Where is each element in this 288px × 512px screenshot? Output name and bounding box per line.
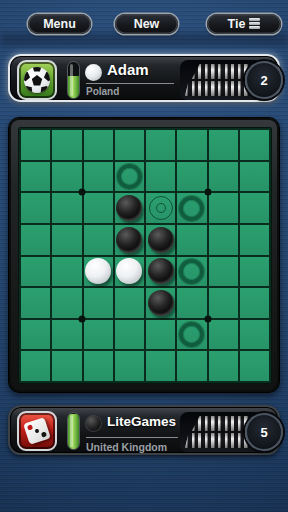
new-button-label: New (134, 16, 160, 33)
board-cell-f4[interactable] (177, 225, 206, 255)
player-country: United Kingdom (86, 441, 167, 453)
board-grid (19, 128, 271, 383)
board-cell-h8[interactable] (240, 351, 269, 381)
board-cell-b6[interactable] (52, 288, 81, 318)
star-point (79, 188, 86, 195)
board-cell-d8[interactable] (115, 351, 144, 381)
board-cell-a2[interactable] (21, 162, 50, 192)
board-cell-h6[interactable] (240, 288, 269, 318)
board-cell-c4[interactable] (84, 225, 113, 255)
board-cell-c6[interactable] (84, 288, 113, 318)
black-disc (116, 227, 142, 253)
board-cell-b7[interactable] (52, 320, 81, 350)
disc-stack-icon (249, 18, 260, 31)
board-cell-e7[interactable] (146, 320, 175, 350)
white-disc-icon (85, 64, 102, 81)
white-disc (85, 258, 111, 284)
board-cell-c8[interactable] (84, 351, 113, 381)
board-cell-g8[interactable] (209, 351, 238, 381)
black-disc (148, 290, 174, 316)
legal-move-hint[interactable] (179, 259, 204, 284)
board-cell-h4[interactable] (240, 225, 269, 255)
board-surface (18, 127, 272, 384)
star-point (205, 316, 212, 323)
timer-gauge (67, 61, 80, 99)
player-name: LiteGames (107, 414, 176, 429)
menu-button[interactable]: Menu (28, 14, 91, 34)
board-cell-e5[interactable] (146, 257, 175, 287)
tie-button-label: Tie (228, 16, 246, 33)
move-target-hint[interactable] (149, 196, 173, 220)
board-cell-d3[interactable] (115, 193, 144, 223)
board-cell-g1[interactable] (209, 130, 238, 160)
board-cell-d6[interactable] (115, 288, 144, 318)
legal-move-hint[interactable] (179, 196, 204, 221)
board-cell-b1[interactable] (52, 130, 81, 160)
board-cell-e6[interactable] (146, 288, 175, 318)
board-cell-f1[interactable] (177, 130, 206, 160)
board-cell-d2[interactable] (115, 162, 144, 192)
board-cell-c7[interactable] (84, 320, 113, 350)
star-point (205, 188, 212, 195)
board-cell-h7[interactable] (240, 320, 269, 350)
othello-board (8, 117, 280, 393)
othello-app-screen: Menu New Tie Adam Poland 2 (0, 0, 288, 512)
player-card-top: Adam Poland 2 (8, 54, 280, 102)
board-cell-a5[interactable] (21, 257, 50, 287)
board-cell-f5[interactable] (177, 257, 206, 287)
legal-move-hint[interactable] (179, 322, 204, 347)
board-cell-e2[interactable] (146, 162, 175, 192)
board-cell-c3[interactable] (84, 193, 113, 223)
dice-icon (23, 417, 51, 445)
board-cell-g7[interactable] (209, 320, 238, 350)
board-cell-c2[interactable] (84, 162, 113, 192)
player-name: Adam (107, 61, 149, 78)
board-cell-a7[interactable] (21, 320, 50, 350)
tie-button[interactable]: Tie (207, 14, 281, 34)
menu-button-label: Menu (43, 16, 76, 33)
timer-gauge (67, 412, 80, 450)
board-cell-e4[interactable] (146, 225, 175, 255)
board-cell-d5[interactable] (115, 257, 144, 287)
board-cell-e3[interactable] (146, 193, 175, 223)
divider (86, 437, 178, 438)
board-cell-b5[interactable] (52, 257, 81, 287)
board-cell-a1[interactable] (21, 130, 50, 160)
board-cell-e1[interactable] (146, 130, 175, 160)
board-cell-c5[interactable] (84, 257, 113, 287)
board-cell-e8[interactable] (146, 351, 175, 381)
score-badge: 5 (245, 413, 283, 451)
board-cell-c1[interactable] (84, 130, 113, 160)
player-card-bottom: LiteGames United Kingdom 5 (8, 405, 280, 455)
board-cell-f3[interactable] (177, 193, 206, 223)
black-disc (148, 227, 174, 253)
avatar (17, 411, 57, 451)
new-game-button[interactable]: New (115, 14, 178, 34)
black-disc-icon (85, 415, 102, 432)
board-cell-a8[interactable] (21, 351, 50, 381)
board-cell-b4[interactable] (52, 225, 81, 255)
board-cell-b2[interactable] (52, 162, 81, 192)
legal-move-hint[interactable] (117, 164, 142, 189)
board-cell-a3[interactable] (21, 193, 50, 223)
board-cell-d7[interactable] (115, 320, 144, 350)
board-cell-f8[interactable] (177, 351, 206, 381)
board-cell-f7[interactable] (177, 320, 206, 350)
board-cell-g3[interactable] (209, 193, 238, 223)
board-cell-d1[interactable] (115, 130, 144, 160)
board-cell-b8[interactable] (52, 351, 81, 381)
board-cell-a4[interactable] (21, 225, 50, 255)
board-cell-g4[interactable] (209, 225, 238, 255)
board-cell-g5[interactable] (209, 257, 238, 287)
board-cell-d4[interactable] (115, 225, 144, 255)
board-cell-h2[interactable] (240, 162, 269, 192)
board-cell-h1[interactable] (240, 130, 269, 160)
board-cell-g6[interactable] (209, 288, 238, 318)
score-badge: 2 (245, 61, 283, 99)
star-point (79, 316, 86, 323)
top-toolbar: Menu New Tie (0, 0, 288, 46)
avatar (17, 60, 57, 100)
board-cell-h3[interactable] (240, 193, 269, 223)
black-disc (116, 195, 142, 221)
divider (86, 83, 174, 84)
white-disc (116, 258, 142, 284)
soccer-ball-icon (24, 67, 50, 93)
board-cell-b3[interactable] (52, 193, 81, 223)
board-cell-g2[interactable] (209, 162, 238, 192)
board-cell-h5[interactable] (240, 257, 269, 287)
board-cell-a6[interactable] (21, 288, 50, 318)
black-disc (148, 258, 174, 284)
board-cell-f2[interactable] (177, 162, 206, 192)
player-country: Poland (86, 86, 119, 97)
board-cell-f6[interactable] (177, 288, 206, 318)
